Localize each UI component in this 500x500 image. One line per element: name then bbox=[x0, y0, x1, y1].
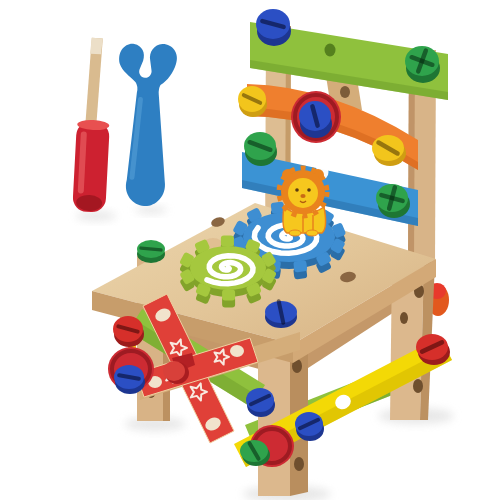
lion-eye bbox=[295, 188, 299, 192]
top-slat-hole bbox=[325, 44, 336, 57]
blue-screw-brace bbox=[246, 388, 275, 417]
wrench-body bbox=[109, 41, 178, 208]
support-hole bbox=[340, 86, 350, 98]
gear-tooth bbox=[221, 235, 234, 246]
gear-tooth bbox=[222, 289, 235, 300]
screwdriver-blade-tip bbox=[90, 38, 103, 55]
lion-paw bbox=[289, 230, 301, 236]
yellow-wing-bolt bbox=[238, 86, 267, 117]
blue-screw-crossbar bbox=[295, 412, 324, 441]
lion-face bbox=[288, 178, 318, 208]
toy-chair-scene bbox=[0, 0, 500, 500]
cross-hole bbox=[230, 345, 244, 357]
lion-eye bbox=[307, 188, 311, 192]
leg-hole bbox=[413, 379, 423, 393]
blue-hex-bolt-top-left bbox=[256, 9, 291, 46]
lion-nose bbox=[300, 194, 305, 198]
wrench bbox=[109, 41, 178, 208]
blue-screw-on-seat bbox=[265, 301, 297, 328]
lion-paw bbox=[306, 230, 318, 236]
red-disc-backrest bbox=[291, 91, 341, 143]
red-hex-bolt-left bbox=[113, 316, 144, 347]
screwdriver bbox=[72, 37, 114, 212]
leg-hole bbox=[294, 457, 304, 471]
product-photo bbox=[0, 0, 500, 500]
leg-hole bbox=[400, 312, 408, 324]
green-screw-on-seat bbox=[137, 240, 165, 263]
lion-figurine bbox=[279, 168, 327, 236]
gear-tooth bbox=[293, 260, 307, 273]
green-hex-bolt-top-right bbox=[405, 46, 440, 83]
green-hex-bolt-blue-slat-left bbox=[244, 132, 277, 166]
